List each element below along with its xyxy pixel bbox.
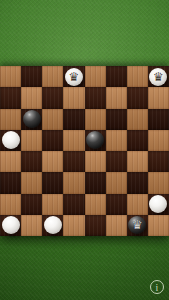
square-h4[interactable] [148,151,169,172]
square-h8[interactable]: ♛ [148,66,169,87]
square-h5[interactable] [148,130,169,151]
square-d7[interactable] [63,87,84,108]
square-h1[interactable] [148,215,169,236]
white-king-piece[interactable]: ♛ [65,68,83,86]
square-e7[interactable] [85,87,106,108]
square-b8[interactable] [21,66,42,87]
square-e4[interactable] [85,151,106,172]
square-a6[interactable] [0,109,21,130]
black-man-piece[interactable] [86,131,104,149]
square-d1[interactable] [63,215,84,236]
white-king-piece[interactable]: ♛ [149,68,167,86]
square-h3[interactable] [148,172,169,193]
square-g4[interactable] [127,151,148,172]
app-screen: ♛♛♛ i [0,0,169,300]
square-f7[interactable] [106,87,127,108]
square-g2[interactable] [127,194,148,215]
square-g8[interactable] [127,66,148,87]
square-f2[interactable] [106,194,127,215]
black-king-piece[interactable]: ♛ [128,216,146,234]
square-e6[interactable] [85,109,106,130]
square-c2[interactable] [42,194,63,215]
square-a7[interactable] [0,87,21,108]
square-c3[interactable] [42,172,63,193]
square-f6[interactable] [106,109,127,130]
square-b7[interactable] [21,87,42,108]
square-c8[interactable] [42,66,63,87]
square-g7[interactable] [127,87,148,108]
square-g6[interactable] [127,109,148,130]
square-a8[interactable] [0,66,21,87]
crown-icon: ♛ [69,70,80,82]
square-c6[interactable] [42,109,63,130]
square-b1[interactable] [21,215,42,236]
square-a3[interactable] [0,172,21,193]
square-a5[interactable] [0,130,21,151]
square-f5[interactable] [106,130,127,151]
square-c1[interactable] [42,215,63,236]
square-d3[interactable] [63,172,84,193]
square-f8[interactable] [106,66,127,87]
square-c7[interactable] [42,87,63,108]
square-d5[interactable] [63,130,84,151]
square-g5[interactable] [127,130,148,151]
square-h6[interactable] [148,109,169,130]
square-d8[interactable]: ♛ [63,66,84,87]
square-h2[interactable] [148,194,169,215]
square-d4[interactable] [63,151,84,172]
square-f3[interactable] [106,172,127,193]
square-e3[interactable] [85,172,106,193]
square-a4[interactable] [0,151,21,172]
white-man-piece[interactable] [2,131,20,149]
board: ♛♛♛ [0,66,169,236]
crown-icon: ♛ [132,219,143,231]
square-g3[interactable] [127,172,148,193]
square-a2[interactable] [0,194,21,215]
info-icon: i [156,282,159,293]
square-d2[interactable] [63,194,84,215]
square-h7[interactable] [148,87,169,108]
square-b6[interactable] [21,109,42,130]
white-man-piece[interactable] [149,195,167,213]
square-c5[interactable] [42,130,63,151]
square-a1[interactable] [0,215,21,236]
white-man-piece[interactable] [44,216,62,234]
square-b4[interactable] [21,151,42,172]
square-b5[interactable] [21,130,42,151]
square-f4[interactable] [106,151,127,172]
square-e2[interactable] [85,194,106,215]
square-e1[interactable] [85,215,106,236]
square-e5[interactable] [85,130,106,151]
square-d6[interactable] [63,109,84,130]
square-b2[interactable] [21,194,42,215]
square-c4[interactable] [42,151,63,172]
square-f1[interactable] [106,215,127,236]
square-b3[interactable] [21,172,42,193]
white-man-piece[interactable] [2,216,20,234]
info-button[interactable]: i [150,280,164,294]
black-man-piece[interactable] [23,110,41,128]
crown-icon: ♛ [153,70,164,82]
square-g1[interactable]: ♛ [127,215,148,236]
square-e8[interactable] [85,66,106,87]
